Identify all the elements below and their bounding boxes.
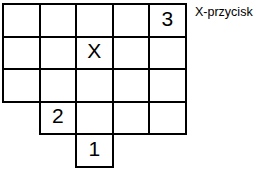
cell-r2c1[interactable] [2,36,39,69]
puzzle-diagram: 3 X 2 1 X-przycisk [0,0,260,170]
cell-r1c4[interactable] [112,3,149,36]
cell-r5c3[interactable]: 1 [75,133,114,168]
cell-r2c4[interactable] [112,36,149,69]
puzzle-board: 3 X 2 1 [2,3,185,166]
cell-r1c3[interactable] [75,3,112,36]
cell-r4c5[interactable] [148,101,187,136]
cell-r2c5[interactable] [148,36,187,69]
cell-r4c4[interactable] [112,101,149,136]
cell-r2c3[interactable]: X [75,36,112,69]
cell-r3c3[interactable] [75,68,112,101]
cell-r1c5[interactable]: 3 [148,3,187,36]
cell-r1c2[interactable] [39,3,76,36]
cell-r1c1[interactable] [2,3,39,36]
cell-r2c2[interactable] [39,36,76,69]
x-button-label: X-przycisk [195,5,253,19]
cell-r3c2[interactable] [39,68,76,101]
cell-r4c3[interactable] [75,101,112,134]
cell-r4c2[interactable]: 2 [39,101,76,136]
cell-r3c5[interactable] [148,68,187,101]
cell-r3c4[interactable] [112,68,149,101]
cell-r3c1[interactable] [2,68,39,103]
